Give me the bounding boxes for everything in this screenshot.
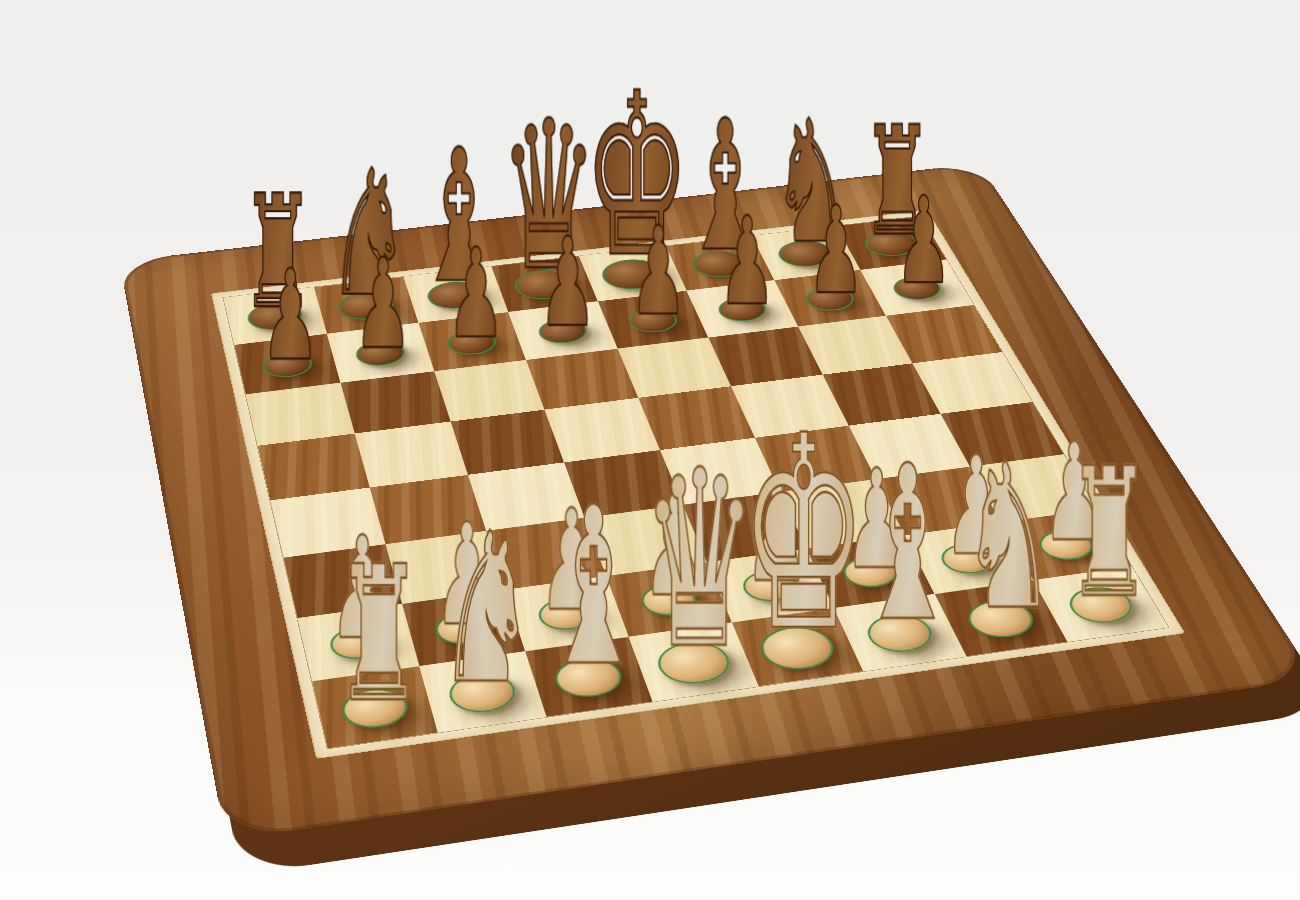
square-c1: ♝ [525,637,653,717]
square-g2: ♟ [904,522,1033,594]
piece-felt-base [773,238,839,270]
square-c7: ♟ [418,312,526,371]
piece-felt-base [738,568,803,605]
chess-board: ♜♞♝♛♚♝♞♜♟♟♟♟♟♟♟♟♟♟♟♟♟♟♟♟♜♞♝♛♚♝♞♜ [120,163,1300,840]
square-d5 [545,398,660,462]
piece-felt-base [637,582,702,619]
piece-felt-base [859,228,923,258]
piece-felt-base [961,597,1041,641]
piece-felt-base [713,295,770,323]
piece-felt-base [687,248,752,280]
piece-felt-base [625,306,682,335]
piece-felt-base [535,596,599,634]
square-b6 [340,371,450,434]
piece-felt-base [860,611,940,656]
piece-felt-base [444,669,521,716]
piece-felt-base [801,285,859,313]
piece-felt-base [1033,528,1100,564]
square-d6 [526,348,638,409]
piece-felt-base [754,623,842,674]
scene: ♜♞♝♛♚♝♞♜♟♟♟♟♟♟♟♟♟♟♟♟♟♟♟♟♜♞♝♛♚♝♞♜ [0,0,1300,900]
square-g4 [848,414,970,479]
piece-felt-base [245,300,306,333]
square-b3 [385,531,504,604]
square-b1: ♞ [419,652,546,733]
square-h7: ♟ [861,259,974,315]
piece-felt-base [936,541,1003,577]
piece-felt-base [431,610,495,648]
square-a3 [284,544,402,618]
square-h1: ♜ [1034,567,1169,642]
piece-felt-base [424,279,488,312]
piece-felt-base [327,624,390,663]
piece-felt-base [888,274,946,302]
square-h4 [941,402,1064,467]
board-grid: ♜♞♝♛♚♝♞♜♟♟♟♟♟♟♟♟♟♟♟♟♟♟♟♟♜♞♝♛♚♝♞♜ [223,216,1168,748]
square-a1: ♜ [312,666,437,748]
piece-felt-base [334,289,397,322]
piece-felt-base [597,256,669,292]
square-a2: ♟ [298,604,420,682]
piece-felt-base [352,338,407,368]
piece-felt-base [444,327,500,356]
piece-felt-base [338,685,412,731]
board-inner-frame: ♜♞♝♛♚♝♞♜♟♟♟♟♟♟♟♟♟♟♟♟♟♟♟♟♜♞♝♛♚♝♞♜ [212,210,1184,758]
piece-felt-base [510,267,580,302]
photo-backdrop: ♜♞♝♛♚♝♞♜♟♟♟♟♟♟♟♟♟♟♟♟♟♟♟♟♜♞♝♛♚♝♞♜ [0,0,1300,900]
square-f1: ♝ [834,594,966,671]
piece-felt-base [1062,584,1140,626]
piece-felt-base [652,638,737,688]
piece-felt-base [550,655,628,702]
piece-felt-base [535,317,591,346]
piece-felt-base [260,350,315,380]
piece-felt-base [837,554,903,590]
square-b4 [369,475,485,544]
